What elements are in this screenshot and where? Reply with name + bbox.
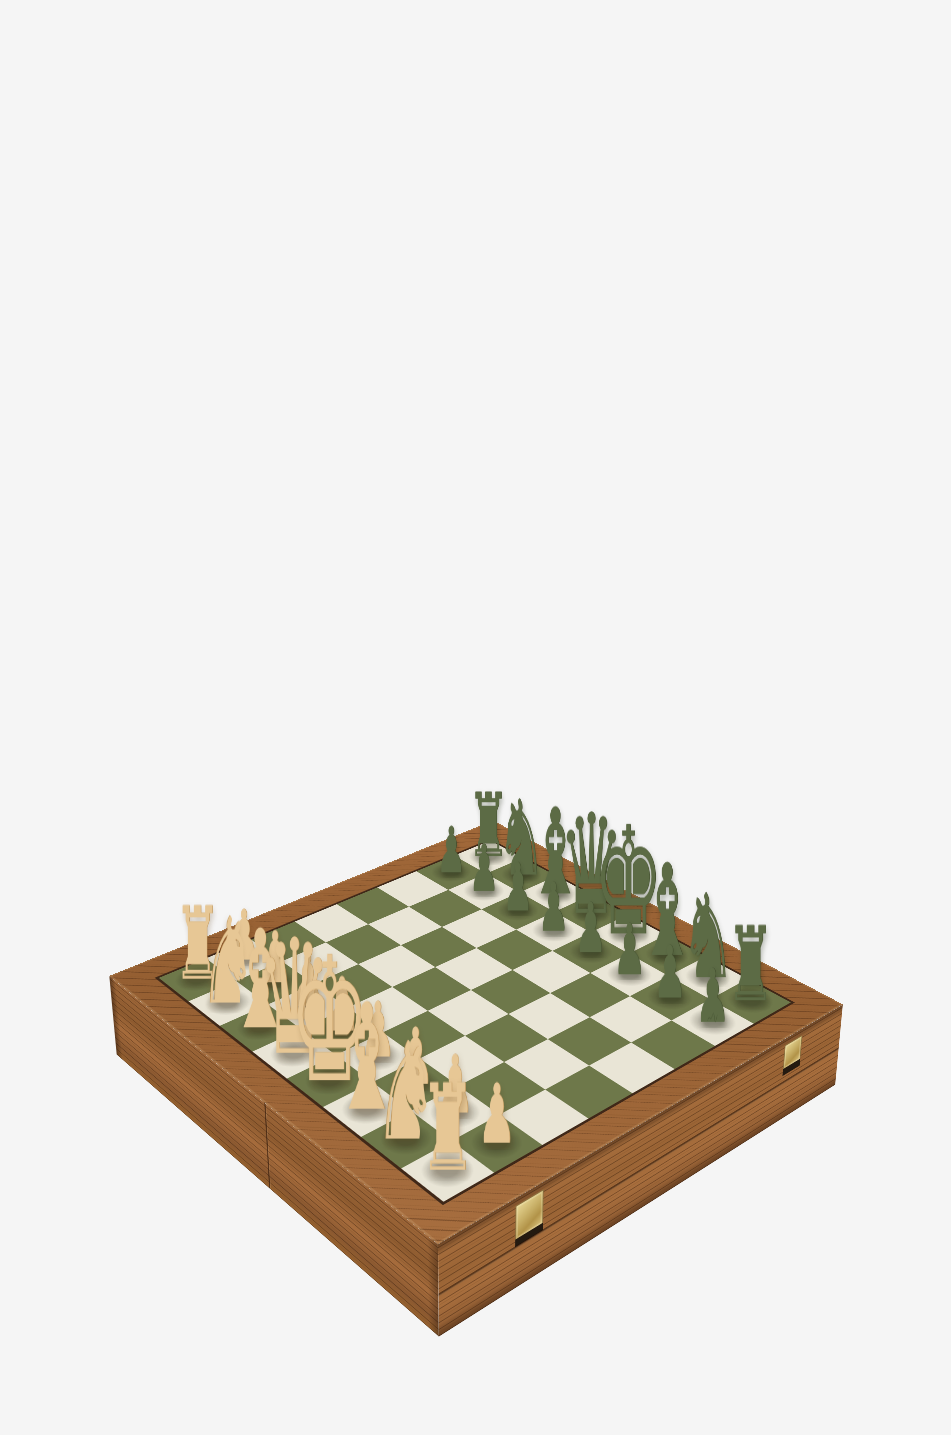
brass-hinge (783, 1035, 802, 1070)
brass-clasp (515, 1189, 543, 1240)
board-frame: ♜♞♝♛♚♝♞♜♟♟♟♟♟♟♟♟♟♟♟♟♟♟♟♟♜♞♝♛♚♝♞♜ (109, 820, 843, 1244)
scene: ♜♞♝♛♚♝♞♜♟♟♟♟♟♟♟♟♟♟♟♟♟♟♟♟♜♞♝♛♚♝♞♜ (0, 0, 951, 1435)
chess-case: ♜♞♝♛♚♝♞♜♟♟♟♟♟♟♟♟♟♟♟♟♟♟♟♟♜♞♝♛♚♝♞♜ (109, 820, 843, 1244)
